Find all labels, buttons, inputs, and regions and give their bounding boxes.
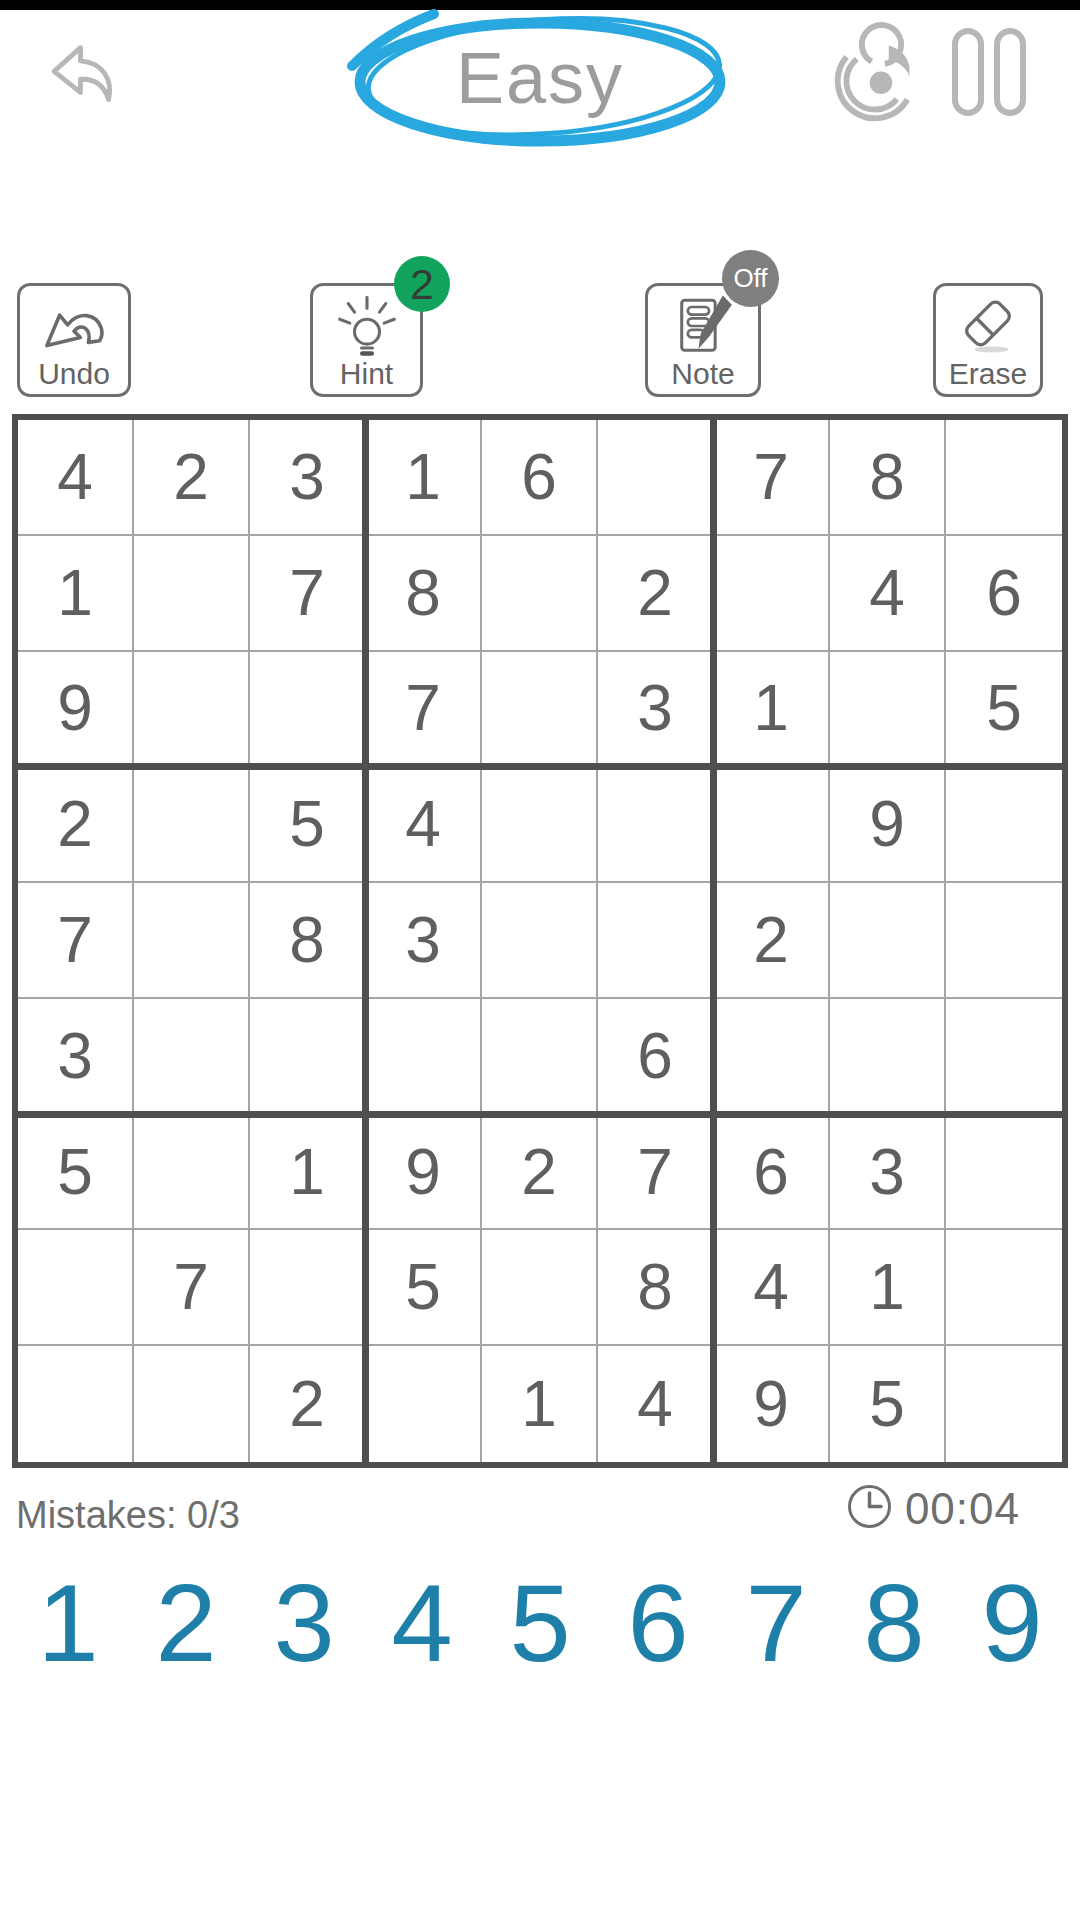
numpad-4[interactable]: 4	[363, 1552, 481, 1692]
cell-r3c4[interactable]: 7	[366, 652, 482, 768]
timer-value: 00:04	[905, 1484, 1020, 1534]
cell-r6c1[interactable]: 3	[18, 999, 134, 1115]
cell-r6c6[interactable]: 6	[598, 999, 714, 1115]
undo-button[interactable]: Undo	[17, 283, 131, 397]
cell-r3c3[interactable]	[250, 652, 366, 768]
cell-r1c7[interactable]: 7	[714, 420, 830, 536]
cell-r8c2[interactable]: 7	[134, 1230, 250, 1346]
cell-r9c2[interactable]	[134, 1346, 250, 1462]
cell-r3c5[interactable]	[482, 652, 598, 768]
cell-r1c4[interactable]: 1	[366, 420, 482, 536]
cell-r2c2[interactable]	[134, 536, 250, 652]
cell-r9c4[interactable]	[366, 1346, 482, 1462]
cell-r5c7[interactable]: 2	[714, 883, 830, 999]
numpad-5[interactable]: 5	[481, 1552, 599, 1692]
hint-count-badge: 2	[394, 256, 450, 312]
cell-r1c6[interactable]	[598, 420, 714, 536]
cell-r4c5[interactable]	[482, 767, 598, 883]
erase-label: Erase	[936, 357, 1040, 391]
cell-r5c9[interactable]	[946, 883, 1062, 999]
cell-r9c3[interactable]: 2	[250, 1346, 366, 1462]
cell-r3c8[interactable]	[830, 652, 946, 768]
cell-r7c1[interactable]: 5	[18, 1115, 134, 1231]
cell-r8c8[interactable]: 1	[830, 1230, 946, 1346]
note-mode-badge: Off	[722, 250, 779, 307]
cell-r2c9[interactable]: 6	[946, 536, 1062, 652]
cell-r3c1[interactable]: 9	[18, 652, 134, 768]
music-note-icon	[830, 22, 928, 128]
cell-r5c5[interactable]	[482, 883, 598, 999]
numpad-9[interactable]: 9	[953, 1552, 1071, 1692]
cell-r1c2[interactable]: 2	[134, 420, 250, 536]
cell-r6c4[interactable]	[366, 999, 482, 1115]
cell-r7c9[interactable]	[946, 1115, 1062, 1231]
cell-r5c6[interactable]	[598, 883, 714, 999]
note-pencil-icon	[665, 288, 741, 368]
cell-r8c5[interactable]	[482, 1230, 598, 1346]
pause-button[interactable]	[950, 28, 1028, 120]
cell-r8c9[interactable]	[946, 1230, 1062, 1346]
cell-r9c8[interactable]: 5	[830, 1346, 946, 1462]
cell-r7c2[interactable]	[134, 1115, 250, 1231]
cell-r7c6[interactable]: 7	[598, 1115, 714, 1231]
cell-r6c7[interactable]	[714, 999, 830, 1115]
cell-r6c5[interactable]	[482, 999, 598, 1115]
box-separator-horizontal-1	[18, 763, 1062, 770]
cell-r6c2[interactable]	[134, 999, 250, 1115]
cell-r5c3[interactable]: 8	[250, 883, 366, 999]
numpad: 123456789	[0, 1552, 1080, 1692]
numpad-7[interactable]: 7	[717, 1552, 835, 1692]
numpad-6[interactable]: 6	[599, 1552, 717, 1692]
cell-r1c1[interactable]: 4	[18, 420, 134, 536]
cell-r3c6[interactable]: 3	[598, 652, 714, 768]
cell-r9c5[interactable]: 1	[482, 1346, 598, 1462]
numpad-3[interactable]: 3	[245, 1552, 363, 1692]
music-button[interactable]	[830, 24, 928, 126]
cell-r7c5[interactable]: 2	[482, 1115, 598, 1231]
cell-r2c1[interactable]: 1	[18, 536, 134, 652]
cell-r9c1[interactable]	[18, 1346, 134, 1462]
cell-r1c3[interactable]: 3	[250, 420, 366, 536]
timer: 00:04	[846, 1483, 1020, 1534]
mistakes-counter: Mistakes: 0/3	[16, 1494, 240, 1537]
cell-r4c7[interactable]	[714, 767, 830, 883]
clock-icon	[846, 1483, 893, 1534]
cell-r7c8[interactable]: 3	[830, 1115, 946, 1231]
difficulty-header: Easy	[336, 2, 744, 154]
undo-label: Undo	[20, 357, 128, 391]
cell-r1c5[interactable]: 6	[482, 420, 598, 536]
cell-r6c9[interactable]	[946, 999, 1062, 1115]
back-arrow-icon	[40, 28, 128, 124]
cell-r1c8[interactable]: 8	[830, 420, 946, 536]
hint-label: Hint	[313, 357, 420, 391]
note-button[interactable]: Off Note	[645, 283, 761, 397]
cell-r5c8[interactable]	[830, 883, 946, 999]
cell-r2c8[interactable]: 4	[830, 536, 946, 652]
cell-r1c9[interactable]	[946, 420, 1062, 536]
back-button[interactable]	[40, 30, 128, 122]
hint-button[interactable]: 2 Hint	[310, 283, 423, 397]
cell-r8c4[interactable]: 5	[366, 1230, 482, 1346]
cell-r4c2[interactable]	[134, 767, 250, 883]
cell-r5c1[interactable]: 7	[18, 883, 134, 999]
cell-r4c1[interactable]: 2	[18, 767, 134, 883]
sudoku-board-frame: 4231678178246973152549783236519276375841…	[12, 414, 1068, 1468]
cell-r4c9[interactable]	[946, 767, 1062, 883]
undo-arrow-icon	[34, 288, 114, 364]
cell-r8c1[interactable]	[18, 1230, 134, 1346]
mistakes-label: Mistakes:	[16, 1494, 176, 1536]
cell-r4c8[interactable]: 9	[830, 767, 946, 883]
cell-r2c7[interactable]	[714, 536, 830, 652]
pause-icon	[950, 26, 1028, 122]
note-label: Note	[648, 357, 758, 391]
cell-r2c5[interactable]	[482, 536, 598, 652]
cell-r2c4[interactable]: 8	[366, 536, 482, 652]
box-separator-horizontal-2	[18, 1111, 1062, 1118]
cell-r4c3[interactable]: 5	[250, 767, 366, 883]
cell-r6c8[interactable]	[830, 999, 946, 1115]
numpad-1[interactable]: 1	[9, 1552, 127, 1692]
cell-r2c6[interactable]: 2	[598, 536, 714, 652]
cell-r8c7[interactable]: 4	[714, 1230, 830, 1346]
cell-r2c3[interactable]: 7	[250, 536, 366, 652]
box-separator-vertical-1	[362, 420, 369, 1462]
numpad-2[interactable]: 2	[127, 1552, 245, 1692]
cell-r5c4[interactable]: 3	[366, 883, 482, 999]
cell-r7c7[interactable]: 6	[714, 1115, 830, 1231]
cell-r3c9[interactable]: 5	[946, 652, 1062, 768]
mistakes-value: 0/3	[187, 1494, 240, 1536]
cell-r5c2[interactable]	[134, 883, 250, 999]
erase-button[interactable]: Erase	[933, 283, 1043, 397]
cell-r3c7[interactable]: 1	[714, 652, 830, 768]
cell-r9c7[interactable]: 9	[714, 1346, 830, 1462]
cell-r4c6[interactable]	[598, 767, 714, 883]
cell-r8c3[interactable]	[250, 1230, 366, 1346]
cell-r9c9[interactable]	[946, 1346, 1062, 1462]
box-separator-vertical-2	[710, 420, 717, 1462]
eraser-icon	[950, 288, 1026, 366]
cell-r3c2[interactable]	[134, 652, 250, 768]
difficulty-label: Easy	[336, 2, 744, 154]
sudoku-board: 4231678178246973152549783236519276375841…	[18, 420, 1062, 1462]
cell-r8c6[interactable]: 8	[598, 1230, 714, 1346]
cell-r9c6[interactable]: 4	[598, 1346, 714, 1462]
cell-r4c4[interactable]: 4	[366, 767, 482, 883]
cell-r6c3[interactable]	[250, 999, 366, 1115]
numpad-8[interactable]: 8	[835, 1552, 953, 1692]
cell-r7c3[interactable]: 1	[250, 1115, 366, 1231]
cell-r7c4[interactable]: 9	[366, 1115, 482, 1231]
